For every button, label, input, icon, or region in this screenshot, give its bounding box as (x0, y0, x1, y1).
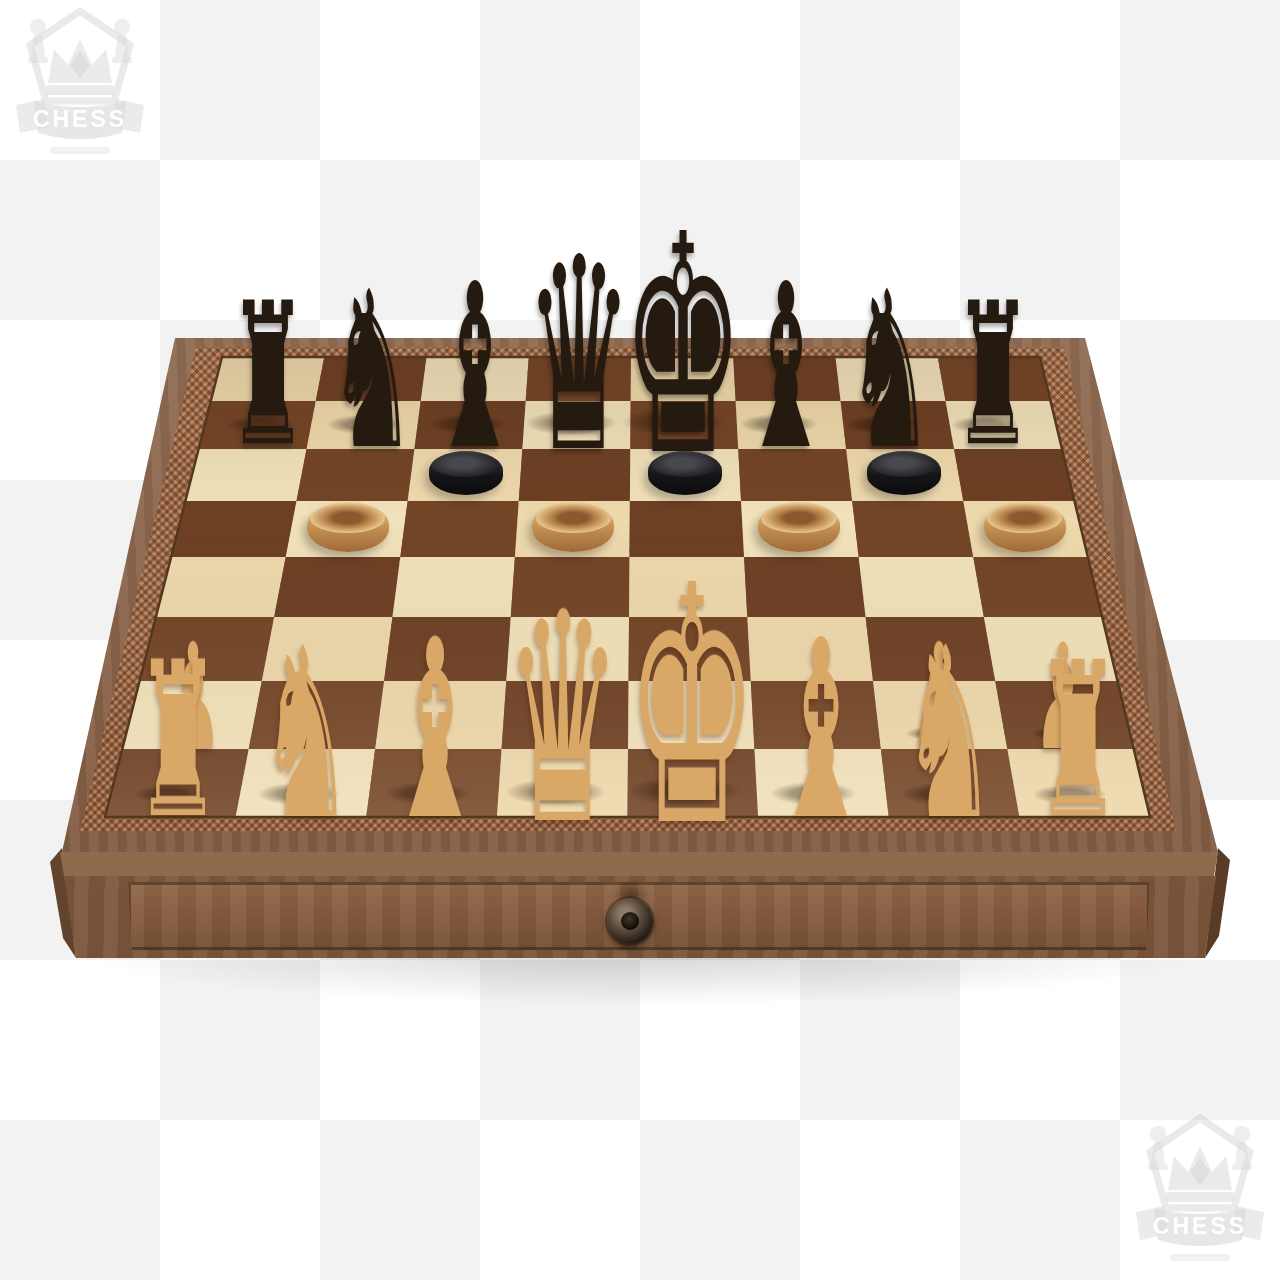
checker-light-d5[interactable] (532, 502, 614, 552)
pieces-layer: ♜♞♝♛♚♝♞♜♟♟♟♜♞♝♛♚♝♞♜ (0, 0, 1280, 1280)
checker-light-h5[interactable] (984, 502, 1066, 552)
chess-piece-white-king-e1[interactable]: ♚ (626, 544, 759, 873)
chess-piece-white-knight-b1[interactable]: ♞ (259, 617, 354, 853)
product-photo: CHESS CHESS (0, 0, 1280, 1280)
chess-piece-white-rook-h1[interactable]: ♜ (1034, 634, 1120, 848)
chess-piece-black-knight-g8[interactable]: ♞ (846, 262, 934, 479)
checker-dark-c6[interactable] (429, 451, 503, 495)
chess-piece-white-bishop-c1[interactable]: ♝ (385, 608, 485, 855)
chess-piece-white-queen-d1[interactable]: ♛ (505, 575, 622, 865)
chess-piece-black-rook-h8[interactable]: ♜ (954, 277, 1033, 474)
chess-piece-black-bishop-f8[interactable]: ♝ (740, 254, 832, 481)
checker-dark-e6[interactable] (648, 451, 722, 495)
checker-light-f5[interactable] (758, 502, 840, 552)
chess-piece-white-bishop-f1[interactable]: ♝ (771, 608, 871, 855)
chess-piece-black-queen-d8[interactable]: ♛ (525, 223, 633, 490)
checker-light-b5[interactable] (307, 502, 389, 552)
chess-piece-white-rook-a1[interactable]: ♜ (135, 634, 221, 848)
chess-piece-black-bishop-c8[interactable]: ♝ (430, 254, 522, 481)
chess-piece-white-knight-g1[interactable]: ♞ (901, 617, 996, 853)
checker-dark-g6[interactable] (867, 451, 941, 495)
chess-piece-black-knight-b8[interactable]: ♞ (328, 262, 416, 479)
chess-piece-black-rook-a8[interactable]: ♜ (228, 277, 307, 474)
